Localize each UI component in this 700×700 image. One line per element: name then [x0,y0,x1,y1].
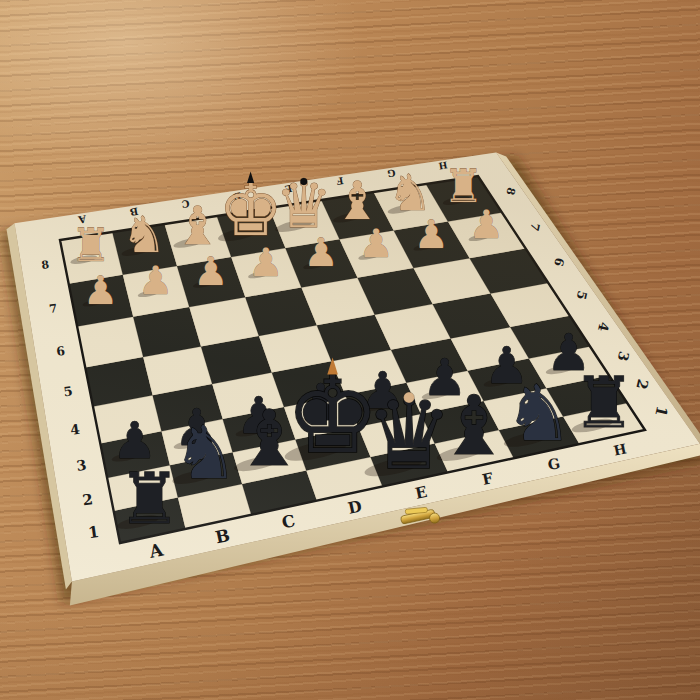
finial-wood-ball-e1 [404,392,415,403]
piece-white-pawn-g7: ♟ [414,212,449,257]
piece-white-pawn-h7: ♟ [469,202,504,247]
piece-black-rook-a1: ♜ [118,458,181,540]
piece-white-rook-a8: ♜ [71,219,112,272]
piece-white-pawn-f7: ♟ [359,221,394,266]
piece-white-pawn-e7: ♟ [303,230,338,275]
piece-white-pawn-b7: ♟ [138,258,173,303]
piece-black-knight-b2: ♞ [173,410,239,495]
piece-white-knight-b8: ♞ [122,206,167,264]
piece-black-rook-h1: ♜ [572,362,635,444]
finial-black-ball-e8 [300,178,307,185]
piece-white-pawn-a7: ♟ [83,268,118,313]
piece-white-pawn-d7: ♟ [248,240,283,285]
piece-white-bishop-c8: ♝ [174,195,221,256]
piece-black-bishop-c2: ♝ [234,393,303,483]
chess-board-scene: AABBCCDDEEFFGGHH1122334455667788♜♞♝♛♚♟♝♟… [0,0,700,700]
piece-white-pawn-c7: ♟ [193,249,228,294]
piece-black-knight-g1: ♞ [504,368,573,458]
chess-set-photo: chess AABBCCDDEEFFGGHH1122334455667788♜♞… [0,0,700,700]
